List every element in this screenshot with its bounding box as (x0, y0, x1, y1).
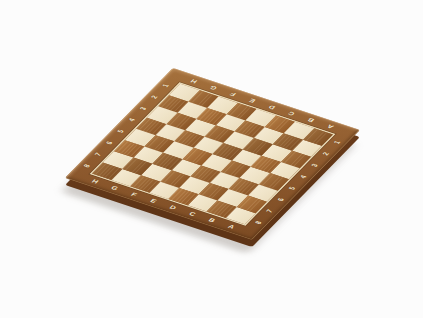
rank-label-left-3: 3 (139, 106, 148, 111)
rank-label-right-7: 7 (265, 209, 274, 214)
file-label-near-d: D (168, 205, 177, 211)
chessboard: HHGGFFEEDDCCBBAA1122334455667788 (65, 68, 360, 240)
rank-label-left-8: 8 (83, 163, 92, 168)
file-label-far-g: G (209, 84, 219, 90)
file-label-far-h: H (189, 78, 198, 84)
file-label-near-a: A (227, 224, 236, 230)
file-label-far-b: B (306, 117, 315, 123)
rank-label-left-1: 1 (162, 83, 171, 88)
file-label-near-e: E (149, 198, 158, 204)
file-label-far-f: F (229, 91, 237, 97)
rank-label-right-6: 6 (277, 197, 286, 202)
rank-label-right-8: 8 (254, 220, 263, 225)
file-label-far-e: E (248, 98, 257, 104)
file-label-far-d: D (267, 104, 276, 110)
rank-label-left-7: 7 (94, 152, 103, 157)
rank-label-right-1: 1 (333, 140, 342, 145)
rank-label-right-4: 4 (299, 174, 308, 179)
file-label-near-h: H (90, 179, 99, 185)
rank-label-left-4: 4 (128, 118, 137, 123)
rank-label-left-2: 2 (150, 95, 159, 100)
rank-label-left-6: 6 (105, 140, 114, 145)
rank-label-left-5: 5 (117, 129, 126, 134)
file-label-near-f: F (130, 192, 138, 198)
rank-label-right-2: 2 (322, 151, 331, 156)
file-label-far-a: A (326, 123, 335, 129)
rank-label-right-3: 3 (310, 163, 319, 168)
product-photo: HHGGFFEEDDCCBBAA1122334455667788 (0, 0, 423, 318)
file-label-near-c: C (188, 211, 197, 217)
file-label-near-g: G (110, 185, 120, 191)
file-label-far-c: C (287, 110, 296, 116)
rank-label-right-5: 5 (288, 186, 297, 191)
file-label-near-b: B (207, 218, 216, 224)
